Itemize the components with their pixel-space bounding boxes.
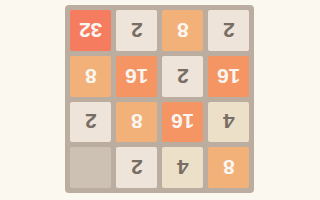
tile-value: 8 xyxy=(85,66,97,87)
tile-r3c2: 8 xyxy=(116,102,157,143)
tile-value: 2 xyxy=(131,157,143,178)
tile-r3c3: 16 xyxy=(162,102,203,143)
tile-r4c2: 2 xyxy=(116,147,157,188)
tile-r3c4: 4 xyxy=(208,102,249,143)
tile-r3c1: 2 xyxy=(70,102,111,143)
tile-r2c4: 16 xyxy=(208,56,249,97)
tile-r1c4: 2 xyxy=(208,10,249,51)
tile-value: 8 xyxy=(131,111,143,132)
tile-value: 8 xyxy=(177,20,189,41)
tile-r4c3: 4 xyxy=(162,147,203,188)
tile-r1c3: 8 xyxy=(162,10,203,51)
tile-r2c1: 8 xyxy=(70,56,111,97)
tile-value: 16 xyxy=(171,111,194,132)
tile-r2c2: 16 xyxy=(116,56,157,97)
tile-value: 16 xyxy=(125,66,148,87)
tile-r1c1: 32 xyxy=(70,10,111,51)
game-board-2048[interactable]: 32 2 8 2 8 16 2 16 2 8 16 4 2 4 8 xyxy=(65,5,254,193)
tile-r4c4: 8 xyxy=(208,147,249,188)
tile-value: 2 xyxy=(223,20,235,41)
tile-value: 2 xyxy=(131,20,143,41)
tile-value: 2 xyxy=(85,111,97,132)
tile-r1c2: 2 xyxy=(116,10,157,51)
tile-value: 8 xyxy=(223,157,235,178)
tile-value: 4 xyxy=(223,111,235,132)
tile-r4c1-empty xyxy=(70,147,111,188)
tile-value: 4 xyxy=(177,157,189,178)
tile-r2c3: 2 xyxy=(162,56,203,97)
tile-value: 16 xyxy=(217,66,240,87)
tile-value: 2 xyxy=(177,66,189,87)
tile-value: 32 xyxy=(79,20,102,41)
